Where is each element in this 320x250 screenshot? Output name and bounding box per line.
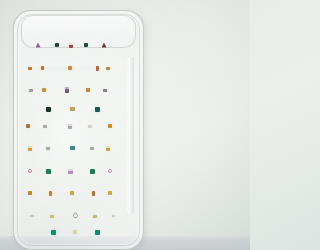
rhinestone (93, 215, 97, 218)
rhinestone (106, 67, 110, 70)
rhinestone (55, 43, 59, 47)
rhinestone (70, 107, 75, 111)
rhinestone (36, 43, 41, 48)
rhinestone (102, 43, 107, 48)
rhinestone (30, 215, 34, 217)
photo-background (0, 0, 250, 250)
rhinestone (96, 66, 99, 71)
rhinestone (42, 88, 46, 92)
rhinestone (27, 168, 33, 174)
rhinestone (95, 107, 100, 112)
rhinestone (68, 124, 72, 129)
rhinestone (106, 146, 110, 151)
rhinestone (84, 43, 88, 47)
rhinestone (65, 87, 69, 93)
rhinestone (46, 169, 51, 174)
rhinestone (46, 147, 50, 150)
rhinestone (68, 169, 73, 174)
rhinestone (51, 230, 56, 235)
rhinestone (90, 147, 94, 150)
rhinestone (88, 125, 92, 128)
rhinestone (70, 191, 74, 195)
rhinestone (70, 146, 75, 150)
rhinestone (28, 146, 32, 151)
rhinestone (26, 124, 30, 128)
rhinestone (46, 107, 51, 112)
rhinestone (28, 191, 32, 195)
rhinestone (71, 211, 78, 218)
rhinestone (69, 43, 73, 48)
rhinestone (29, 89, 33, 92)
rhinestone (43, 125, 47, 128)
rhinestone (92, 191, 95, 196)
rhinestone (95, 230, 100, 235)
rhinestone (108, 191, 112, 195)
rhinestone (103, 89, 107, 92)
rhinestone (107, 168, 113, 174)
rhinestone (73, 230, 77, 234)
rhinestone (90, 169, 95, 174)
rhinestone (86, 88, 90, 92)
rhinestone (28, 67, 32, 70)
rhinestone (68, 66, 72, 70)
rhinestone (108, 124, 112, 128)
gem-layer (0, 0, 250, 250)
rhinestone (41, 66, 44, 70)
rhinestone (49, 191, 52, 196)
rhinestone (112, 215, 115, 217)
rhinestone (50, 215, 54, 218)
